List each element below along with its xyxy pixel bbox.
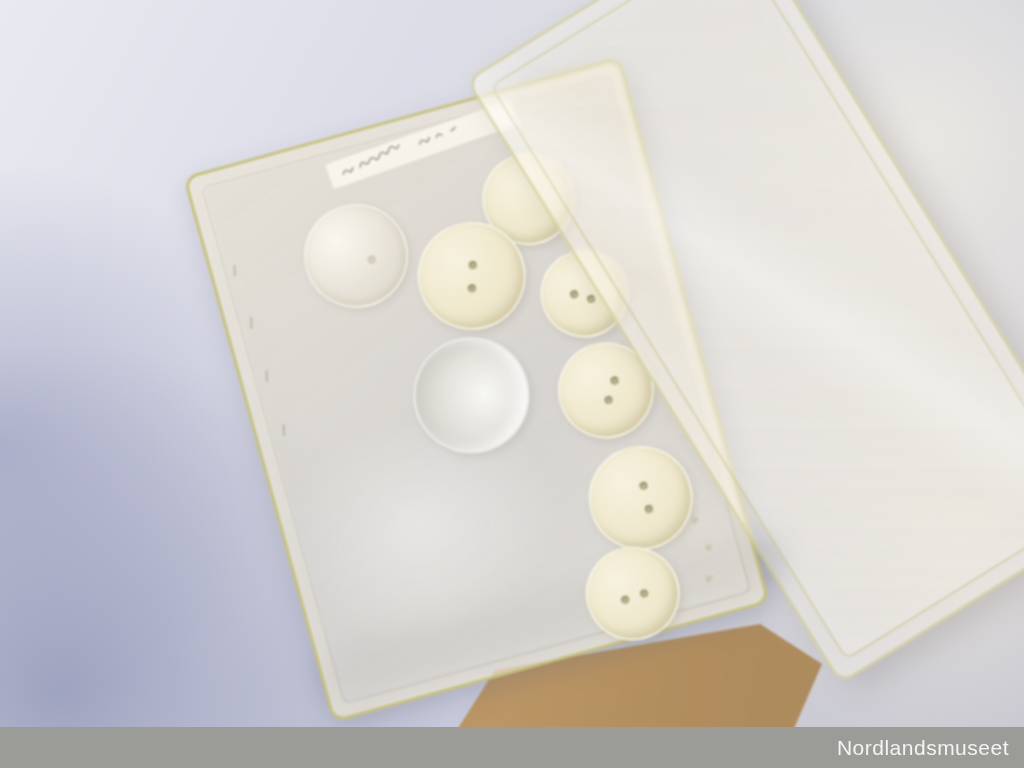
button-hole [644, 504, 654, 514]
watermark-bar: Nordlandsmuseet [0, 727, 1024, 768]
button-hole [610, 376, 620, 386]
button-hole [604, 395, 614, 405]
museum-photo: ›› ›› ›› Nordlandsmuseet [0, 0, 1024, 768]
button-hole [639, 481, 649, 491]
button-hole [620, 595, 630, 605]
button-hole [639, 589, 649, 599]
mould-tick-mark [250, 317, 252, 329]
button-hole [367, 255, 377, 265]
mould-tick-mark [234, 265, 236, 277]
watermark-text: Nordlandsmuseet [837, 736, 1024, 760]
button-hole [468, 260, 478, 270]
button-hole [586, 294, 596, 304]
button-hole [467, 283, 477, 293]
mould-tick-mark [266, 370, 268, 382]
photo-scene: ›› ›› ›› [0, 0, 1024, 768]
button-hole [569, 289, 579, 299]
mould-tick-mark [283, 424, 285, 436]
